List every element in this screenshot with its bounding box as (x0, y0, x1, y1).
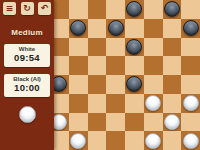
square-e7[interactable] (125, 19, 144, 38)
turn-indicator (19, 106, 36, 123)
square-f2[interactable] (144, 113, 163, 132)
square-b8[interactable] (69, 0, 88, 19)
black-piece[interactable] (126, 76, 142, 92)
turn-indicator-white-piece (19, 106, 36, 123)
square-b6[interactable] (69, 38, 88, 57)
square-b3[interactable] (69, 94, 88, 113)
undo-button[interactable]: ↶ (38, 2, 51, 15)
black-piece[interactable] (126, 39, 142, 55)
square-g3[interactable] (163, 94, 182, 113)
undo-arrow-icon: ↶ (41, 4, 49, 13)
difficulty-label: Medium (11, 28, 42, 37)
square-d1[interactable] (106, 131, 125, 150)
square-f5[interactable] (144, 56, 163, 75)
square-h4[interactable] (181, 75, 200, 94)
square-c8[interactable] (88, 0, 107, 19)
square-f4[interactable] (144, 75, 163, 94)
hamburger-icon: ≡ (6, 4, 14, 13)
white-piece[interactable] (70, 133, 86, 149)
square-g6[interactable] (163, 38, 182, 57)
black-piece[interactable] (108, 20, 124, 36)
square-d7[interactable] (106, 19, 125, 38)
square-h6[interactable] (181, 38, 200, 57)
restart-button[interactable]: ↻ (21, 2, 34, 15)
square-g2[interactable] (163, 113, 182, 132)
square-b4[interactable] (69, 75, 88, 94)
square-c3[interactable] (88, 94, 107, 113)
white-piece[interactable] (164, 114, 180, 130)
black-clock: Black (AI) 10:00 (4, 74, 50, 97)
black-piece[interactable] (126, 1, 142, 17)
square-b1[interactable] (69, 131, 88, 150)
sidebar: ≡ ↻ ↶ Medium White 09:54 Black (AI) 10:0… (0, 0, 54, 150)
checkers-board (50, 0, 200, 150)
square-f3[interactable] (144, 94, 163, 113)
square-c6[interactable] (88, 38, 107, 57)
square-g5[interactable] (163, 56, 182, 75)
square-f8[interactable] (144, 0, 163, 19)
square-c1[interactable] (88, 131, 107, 150)
square-d3[interactable] (106, 94, 125, 113)
white-clock-time: 09:54 (4, 53, 50, 64)
square-d2[interactable] (106, 113, 125, 132)
white-piece[interactable] (145, 95, 161, 111)
square-h7[interactable] (181, 19, 200, 38)
square-h8[interactable] (181, 0, 200, 19)
black-piece[interactable] (164, 1, 180, 17)
square-g1[interactable] (163, 131, 182, 150)
square-f7[interactable] (144, 19, 163, 38)
square-e1[interactable] (125, 131, 144, 150)
white-piece[interactable] (183, 95, 199, 111)
black-piece[interactable] (183, 20, 199, 36)
refresh-icon: ↻ (23, 4, 31, 13)
square-c5[interactable] (88, 56, 107, 75)
black-piece[interactable] (70, 20, 86, 36)
square-g4[interactable] (163, 75, 182, 94)
square-g8[interactable] (163, 0, 182, 19)
square-e8[interactable] (125, 0, 144, 19)
square-h3[interactable] (181, 94, 200, 113)
square-b2[interactable] (69, 113, 88, 132)
square-d6[interactable] (106, 38, 125, 57)
square-e3[interactable] (125, 94, 144, 113)
square-e6[interactable] (125, 38, 144, 57)
square-d4[interactable] (106, 75, 125, 94)
toolbar: ≡ ↻ ↶ (3, 2, 51, 15)
square-d5[interactable] (106, 56, 125, 75)
square-e2[interactable] (125, 113, 144, 132)
white-piece[interactable] (145, 133, 161, 149)
square-c2[interactable] (88, 113, 107, 132)
square-h1[interactable] (181, 131, 200, 150)
white-clock: White 09:54 (4, 44, 50, 67)
square-c7[interactable] (88, 19, 107, 38)
square-g7[interactable] (163, 19, 182, 38)
square-b7[interactable] (69, 19, 88, 38)
checkers-app: ≡ ↻ ↶ Medium White 09:54 Black (AI) 10:0… (0, 0, 200, 150)
square-c4[interactable] (88, 75, 107, 94)
white-piece[interactable] (183, 133, 199, 149)
square-b5[interactable] (69, 56, 88, 75)
black-clock-time: 10:00 (4, 83, 50, 94)
square-h5[interactable] (181, 56, 200, 75)
menu-button[interactable]: ≡ (3, 2, 16, 15)
square-e5[interactable] (125, 56, 144, 75)
square-f6[interactable] (144, 38, 163, 57)
square-d8[interactable] (106, 0, 125, 19)
square-f1[interactable] (144, 131, 163, 150)
square-e4[interactable] (125, 75, 144, 94)
square-h2[interactable] (181, 113, 200, 132)
